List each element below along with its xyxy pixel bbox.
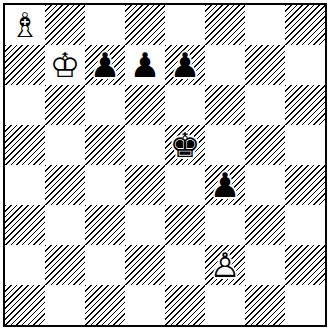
square-g5[interactable] xyxy=(245,125,285,165)
square-f7[interactable] xyxy=(205,45,245,85)
square-c5[interactable] xyxy=(85,125,125,165)
square-f2-white-pawn[interactable]: ♟♙ xyxy=(205,245,245,285)
white-pawn-icon: ♙ xyxy=(205,245,245,285)
square-f6[interactable] xyxy=(205,85,245,125)
square-e4[interactable] xyxy=(165,165,205,205)
square-g4[interactable] xyxy=(245,165,285,205)
square-h3[interactable] xyxy=(285,205,325,245)
square-h4[interactable] xyxy=(285,165,325,205)
square-a3[interactable] xyxy=(5,205,45,245)
square-e6[interactable] xyxy=(165,85,205,125)
white-bishop-body: ♝ xyxy=(5,5,45,45)
chess-board: ♝♗♚♔♟♟♟♚♟♟♙ xyxy=(5,5,325,325)
square-a5[interactable] xyxy=(5,125,45,165)
square-c4[interactable] xyxy=(85,165,125,205)
white-bishop-icon: ♗ xyxy=(5,5,45,45)
square-h2[interactable] xyxy=(285,245,325,285)
square-c1[interactable] xyxy=(85,285,125,325)
square-h5[interactable] xyxy=(285,125,325,165)
square-f5[interactable] xyxy=(205,125,245,165)
square-c3[interactable] xyxy=(85,205,125,245)
square-g8[interactable] xyxy=(245,5,285,45)
square-b6[interactable] xyxy=(45,85,85,125)
white-king-body: ♚ xyxy=(45,45,85,85)
square-h7[interactable] xyxy=(285,45,325,85)
square-a1[interactable] xyxy=(5,285,45,325)
square-h1[interactable] xyxy=(285,285,325,325)
square-g6[interactable] xyxy=(245,85,285,125)
square-a6[interactable] xyxy=(5,85,45,125)
square-b2[interactable] xyxy=(45,245,85,285)
white-pawn-body: ♟ xyxy=(205,245,245,285)
square-f4-black-pawn[interactable]: ♟ xyxy=(205,165,245,205)
square-d1[interactable] xyxy=(125,285,165,325)
square-f1[interactable] xyxy=(205,285,245,325)
square-a2[interactable] xyxy=(5,245,45,285)
square-b1[interactable] xyxy=(45,285,85,325)
square-g3[interactable] xyxy=(245,205,285,245)
square-a7[interactable] xyxy=(5,45,45,85)
square-e5-black-king[interactable]: ♚ xyxy=(165,125,205,165)
square-e3[interactable] xyxy=(165,205,205,245)
square-a8-white-bishop[interactable]: ♝♗ xyxy=(5,5,45,45)
square-d3[interactable] xyxy=(125,205,165,245)
white-king-icon: ♔ xyxy=(45,45,85,85)
square-e8[interactable] xyxy=(165,5,205,45)
square-c8[interactable] xyxy=(85,5,125,45)
square-c2[interactable] xyxy=(85,245,125,285)
square-c7-black-pawn[interactable]: ♟ xyxy=(85,45,125,85)
square-h8[interactable] xyxy=(285,5,325,45)
chess-board-frame: ♝♗♚♔♟♟♟♚♟♟♙ xyxy=(3,3,327,327)
black-pawn-icon: ♟ xyxy=(85,45,125,85)
square-f3[interactable] xyxy=(205,205,245,245)
square-d5[interactable] xyxy=(125,125,165,165)
black-pawn-icon: ♟ xyxy=(125,45,165,85)
square-d2[interactable] xyxy=(125,245,165,285)
square-b3[interactable] xyxy=(45,205,85,245)
square-c6[interactable] xyxy=(85,85,125,125)
black-pawn-icon: ♟ xyxy=(165,45,205,85)
square-g2[interactable] xyxy=(245,245,285,285)
square-b4[interactable] xyxy=(45,165,85,205)
square-d6[interactable] xyxy=(125,85,165,125)
square-g1[interactable] xyxy=(245,285,285,325)
square-b5[interactable] xyxy=(45,125,85,165)
square-h6[interactable] xyxy=(285,85,325,125)
black-king-icon: ♚ xyxy=(165,125,205,165)
square-b7-white-king[interactable]: ♚♔ xyxy=(45,45,85,85)
black-pawn-icon: ♟ xyxy=(205,165,245,205)
square-a4[interactable] xyxy=(5,165,45,205)
square-d8[interactable] xyxy=(125,5,165,45)
square-b8[interactable] xyxy=(45,5,85,45)
square-d7-black-pawn[interactable]: ♟ xyxy=(125,45,165,85)
square-e2[interactable] xyxy=(165,245,205,285)
square-e7-black-pawn[interactable]: ♟ xyxy=(165,45,205,85)
square-e1[interactable] xyxy=(165,285,205,325)
square-g7[interactable] xyxy=(245,45,285,85)
square-f8[interactable] xyxy=(205,5,245,45)
square-d4[interactable] xyxy=(125,165,165,205)
